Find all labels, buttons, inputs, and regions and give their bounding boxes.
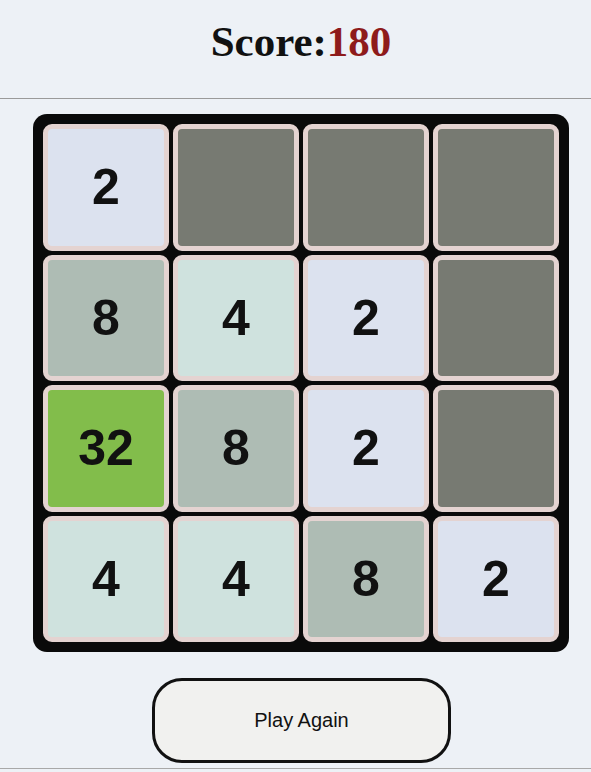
tile-8-r3c2: 8: [173, 385, 299, 512]
bottom-divider: [0, 768, 591, 769]
tile-2-r1c1: 2: [43, 124, 169, 251]
empty-cell-r2c4: [433, 255, 559, 382]
tile-4-r4c1: 4: [43, 516, 169, 643]
empty-cell-r1c3: [303, 124, 429, 251]
empty-cell-r1c2: [173, 124, 299, 251]
score-header: Score:180: [0, 0, 591, 99]
tile-8-r4c3: 8: [303, 516, 429, 643]
tile-2-r2c3: 2: [303, 255, 429, 382]
play-again-button[interactable]: Play Again: [152, 678, 451, 763]
game-board[interactable]: 284232824482: [33, 114, 569, 652]
tile-2-r4c4: 2: [433, 516, 559, 643]
tile-4-r2c2: 4: [173, 255, 299, 382]
score-value: 180: [327, 18, 392, 65]
score-label: Score:: [211, 18, 327, 65]
empty-cell-r1c4: [433, 124, 559, 251]
tile-2-r3c3: 2: [303, 385, 429, 512]
tile-32-r3c1: 32: [43, 385, 169, 512]
tile-4-r4c2: 4: [173, 516, 299, 643]
empty-cell-r3c4: [433, 385, 559, 512]
tile-8-r2c1: 8: [43, 255, 169, 382]
